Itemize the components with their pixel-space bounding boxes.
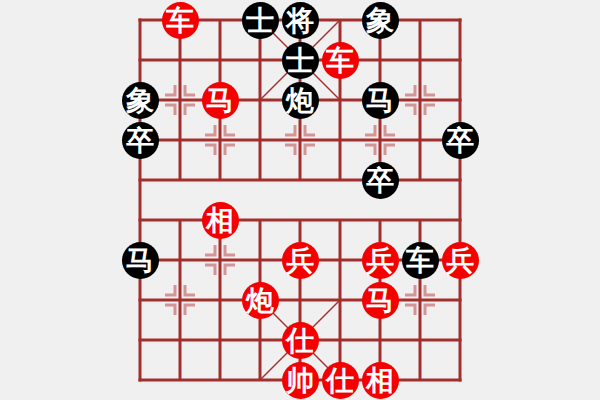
- black-elephant[interactable]: 象: [122, 82, 159, 119]
- black-advisor[interactable]: 士: [282, 42, 319, 79]
- black-general[interactable]: 将: [282, 2, 319, 39]
- black-elephant[interactable]: 象: [362, 2, 399, 39]
- red-advisor[interactable]: 仕: [282, 322, 319, 359]
- black-soldier[interactable]: 卒: [122, 122, 159, 159]
- red-chariot[interactable]: 车: [162, 2, 199, 39]
- black-advisor[interactable]: 士: [242, 2, 279, 39]
- red-general[interactable]: 帅: [282, 362, 319, 399]
- pieces-layer: 车士将象士车象马炮马卒卒卒相马兵兵车兵炮马仕帅仕相: [0, 0, 600, 400]
- red-elephant[interactable]: 相: [202, 202, 239, 239]
- xiangqi-board: 车士将象士车象马炮马卒卒卒相马兵兵车兵炮马仕帅仕相: [0, 0, 600, 400]
- black-soldier[interactable]: 卒: [442, 122, 479, 159]
- red-soldier[interactable]: 兵: [362, 242, 399, 279]
- black-horse[interactable]: 马: [362, 82, 399, 119]
- red-cannon[interactable]: 炮: [242, 282, 279, 319]
- black-horse[interactable]: 马: [122, 242, 159, 279]
- red-horse[interactable]: 马: [362, 282, 399, 319]
- red-chariot[interactable]: 车: [322, 42, 359, 79]
- red-advisor[interactable]: 仕: [322, 362, 359, 399]
- black-soldier[interactable]: 卒: [362, 162, 399, 199]
- red-soldier[interactable]: 兵: [282, 242, 319, 279]
- black-chariot[interactable]: 车: [402, 242, 439, 279]
- black-cannon[interactable]: 炮: [282, 82, 319, 119]
- red-elephant[interactable]: 相: [362, 362, 399, 399]
- red-soldier[interactable]: 兵: [442, 242, 479, 279]
- red-horse[interactable]: 马: [202, 82, 239, 119]
